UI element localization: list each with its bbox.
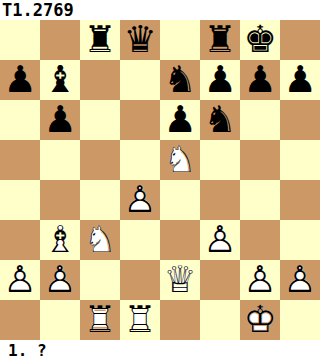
square-g3[interactable]	[240, 220, 280, 260]
square-a7[interactable]: ♟	[0, 60, 40, 100]
square-g6[interactable]	[240, 100, 280, 140]
square-d7[interactable]	[120, 60, 160, 100]
square-d6[interactable]	[120, 100, 160, 140]
square-a4[interactable]	[0, 180, 40, 220]
move-prompt: 1. ?	[8, 341, 47, 360]
black-queen-piece: ♛	[120, 20, 160, 60]
black-knight-piece: ♞	[160, 60, 200, 100]
square-d8[interactable]: ♛	[120, 20, 160, 60]
black-pawn-piece: ♟	[160, 100, 200, 140]
square-h7[interactable]: ♟	[280, 60, 320, 100]
square-g4[interactable]	[240, 180, 280, 220]
black-pawn-piece: ♟	[240, 60, 280, 100]
square-a2[interactable]: ♟♙	[0, 260, 40, 300]
square-e6[interactable]: ♟	[160, 100, 200, 140]
square-f6[interactable]: ♞	[200, 100, 240, 140]
black-knight-piece: ♞	[200, 100, 240, 140]
square-a5[interactable]	[0, 140, 40, 180]
square-b8[interactable]	[40, 20, 80, 60]
square-f3[interactable]: ♟♙	[200, 220, 240, 260]
square-e1[interactable]	[160, 300, 200, 340]
chess-board: ♜♛♜♚♟♝♞♟♟♟♟♟♞♞♘♟♙♝♗♞♘♟♙♟♙♟♙♛♕♟♙♟♙♜♖♜♖♚♔	[0, 20, 320, 340]
white-rook-piece: ♜♖	[80, 300, 120, 340]
header-bar: T1.2769	[0, 0, 320, 20]
black-bishop-piece: ♝	[40, 60, 80, 100]
square-c8[interactable]: ♜	[80, 20, 120, 60]
square-h6[interactable]	[280, 100, 320, 140]
chess-puzzle-page: T1.2769 ♜♛♜♚♟♝♞♟♟♟♟♟♞♞♘♟♙♝♗♞♘♟♙♟♙♟♙♛♕♟♙♟…	[0, 0, 320, 360]
square-g5[interactable]	[240, 140, 280, 180]
white-bishop-piece: ♝♗	[40, 220, 80, 260]
square-d5[interactable]	[120, 140, 160, 180]
white-pawn-piece: ♟♙	[200, 220, 240, 260]
square-h3[interactable]	[280, 220, 320, 260]
square-c4[interactable]	[80, 180, 120, 220]
white-king-piece: ♚♔	[240, 300, 280, 340]
square-c2[interactable]	[80, 260, 120, 300]
square-e8[interactable]	[160, 20, 200, 60]
square-e4[interactable]	[160, 180, 200, 220]
white-pawn-piece: ♟♙	[240, 260, 280, 300]
square-a3[interactable]	[0, 220, 40, 260]
white-rook-piece: ♜♖	[120, 300, 160, 340]
square-a6[interactable]	[0, 100, 40, 140]
square-e3[interactable]	[160, 220, 200, 260]
square-f7[interactable]: ♟	[200, 60, 240, 100]
square-b2[interactable]: ♟♙	[40, 260, 80, 300]
puzzle-id-title: T1.2769	[2, 0, 74, 20]
square-e5[interactable]: ♞♘	[160, 140, 200, 180]
square-b6[interactable]: ♟	[40, 100, 80, 140]
white-queen-piece: ♛♕	[160, 260, 200, 300]
square-c5[interactable]	[80, 140, 120, 180]
square-e2[interactable]: ♛♕	[160, 260, 200, 300]
square-d3[interactable]	[120, 220, 160, 260]
square-b5[interactable]	[40, 140, 80, 180]
square-g2[interactable]: ♟♙	[240, 260, 280, 300]
black-pawn-piece: ♟	[40, 100, 80, 140]
white-pawn-piece: ♟♙	[120, 180, 160, 220]
black-pawn-piece: ♟	[200, 60, 240, 100]
square-a8[interactable]	[0, 20, 40, 60]
square-b7[interactable]: ♝	[40, 60, 80, 100]
white-knight-piece: ♞♘	[80, 220, 120, 260]
square-d2[interactable]	[120, 260, 160, 300]
square-a1[interactable]	[0, 300, 40, 340]
square-d1[interactable]: ♜♖	[120, 300, 160, 340]
square-f4[interactable]	[200, 180, 240, 220]
square-c3[interactable]: ♞♘	[80, 220, 120, 260]
square-h8[interactable]	[280, 20, 320, 60]
white-pawn-piece: ♟♙	[280, 260, 320, 300]
square-f2[interactable]	[200, 260, 240, 300]
black-rook-piece: ♜	[80, 20, 120, 60]
footer-bar: 1. ?	[0, 340, 320, 360]
square-g7[interactable]: ♟	[240, 60, 280, 100]
black-pawn-piece: ♟	[0, 60, 40, 100]
square-b4[interactable]	[40, 180, 80, 220]
square-c6[interactable]	[80, 100, 120, 140]
square-d4[interactable]: ♟♙	[120, 180, 160, 220]
square-f8[interactable]: ♜	[200, 20, 240, 60]
square-h4[interactable]	[280, 180, 320, 220]
square-g8[interactable]: ♚	[240, 20, 280, 60]
square-h5[interactable]	[280, 140, 320, 180]
square-h2[interactable]: ♟♙	[280, 260, 320, 300]
square-h1[interactable]	[280, 300, 320, 340]
white-pawn-piece: ♟♙	[40, 260, 80, 300]
square-g1[interactable]: ♚♔	[240, 300, 280, 340]
square-c7[interactable]	[80, 60, 120, 100]
square-b3[interactable]: ♝♗	[40, 220, 80, 260]
square-f5[interactable]	[200, 140, 240, 180]
black-king-piece: ♚	[240, 20, 280, 60]
square-f1[interactable]	[200, 300, 240, 340]
square-c1[interactable]: ♜♖	[80, 300, 120, 340]
white-pawn-piece: ♟♙	[0, 260, 40, 300]
black-pawn-piece: ♟	[280, 60, 320, 100]
white-knight-piece: ♞♘	[160, 140, 200, 180]
square-e7[interactable]: ♞	[160, 60, 200, 100]
black-rook-piece: ♜	[200, 20, 240, 60]
square-b1[interactable]	[40, 300, 80, 340]
